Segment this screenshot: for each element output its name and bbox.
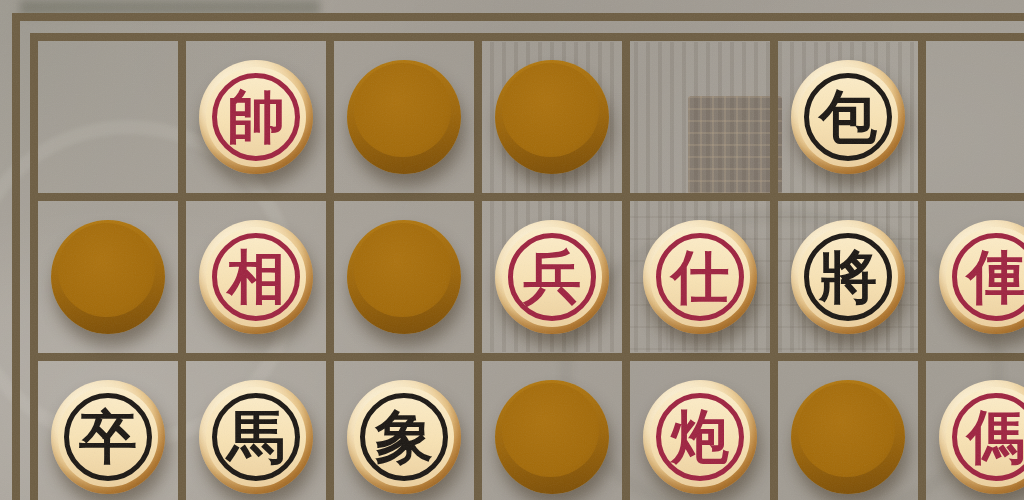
board-cell-r1c2[interactable]: 帥 [186,41,334,201]
piece-red-elephant[interactable]: 相 [199,220,313,334]
piece-character: 馬 [199,380,313,494]
board-cell-r3c2[interactable]: 馬 [186,361,334,500]
piece-character: 俥 [939,220,1024,334]
board-cell-r1c7[interactable] [926,41,1024,201]
board-cell-r3c3[interactable]: 象 [334,361,482,500]
piece-character: 帥 [199,60,313,174]
piece-red-general[interactable]: 帥 [199,60,313,174]
piece-red-cannon[interactable]: 炮 [643,380,757,494]
board-cell-r2c6[interactable]: 將 [778,201,926,361]
board-cell-r2c7[interactable]: 俥 [926,201,1024,361]
board-cell-r2c2[interactable]: 相 [186,201,334,361]
piece-face-down[interactable] [347,220,461,334]
board-cell-r1c3[interactable] [334,41,482,201]
board-cell-r1c5[interactable] [630,41,778,201]
piece-character: 包 [791,60,905,174]
piece-black-horse[interactable]: 馬 [199,380,313,494]
piece-face-down[interactable] [51,220,165,334]
piece-character: 兵 [495,220,609,334]
piece-black-cannon[interactable]: 包 [791,60,905,174]
piece-face-down[interactable] [495,380,609,494]
banqi-game-screen: 帥包相兵仕將俥卒馬象炮傌 [0,0,1024,500]
piece-character: 將 [791,220,905,334]
banqi-board-grid: 帥包相兵仕將俥卒馬象炮傌 [30,33,1024,500]
board-cell-r2c1[interactable] [38,201,186,361]
board-cell-r3c5[interactable]: 炮 [630,361,778,500]
piece-face-down[interactable] [347,60,461,174]
background-watermark-trees [20,0,320,15]
piece-character: 仕 [643,220,757,334]
piece-black-soldier[interactable]: 卒 [51,380,165,494]
board-cell-r1c4[interactable] [482,41,630,201]
board-cell-r1c1[interactable] [38,41,186,201]
piece-face-down[interactable] [791,380,905,494]
board-cell-r3c6[interactable] [778,361,926,500]
board-cell-r3c1[interactable]: 卒 [38,361,186,500]
board-cell-r2c5[interactable]: 仕 [630,201,778,361]
piece-character: 傌 [939,380,1024,494]
board-cell-r1c6[interactable]: 包 [778,41,926,201]
piece-red-advisor[interactable]: 仕 [643,220,757,334]
board-cell-r2c3[interactable] [334,201,482,361]
piece-character: 相 [199,220,313,334]
board-cell-r2c4[interactable]: 兵 [482,201,630,361]
piece-face-down[interactable] [495,60,609,174]
piece-red-soldier[interactable]: 兵 [495,220,609,334]
piece-character: 卒 [51,380,165,494]
piece-red-horse[interactable]: 傌 [939,380,1024,494]
piece-black-elephant[interactable]: 象 [347,380,461,494]
piece-character: 炮 [643,380,757,494]
piece-black-general[interactable]: 將 [791,220,905,334]
board-cell-r3c7[interactable]: 傌 [926,361,1024,500]
board-cell-r3c4[interactable] [482,361,630,500]
piece-character: 象 [347,380,461,494]
piece-red-chariot[interactable]: 俥 [939,220,1024,334]
